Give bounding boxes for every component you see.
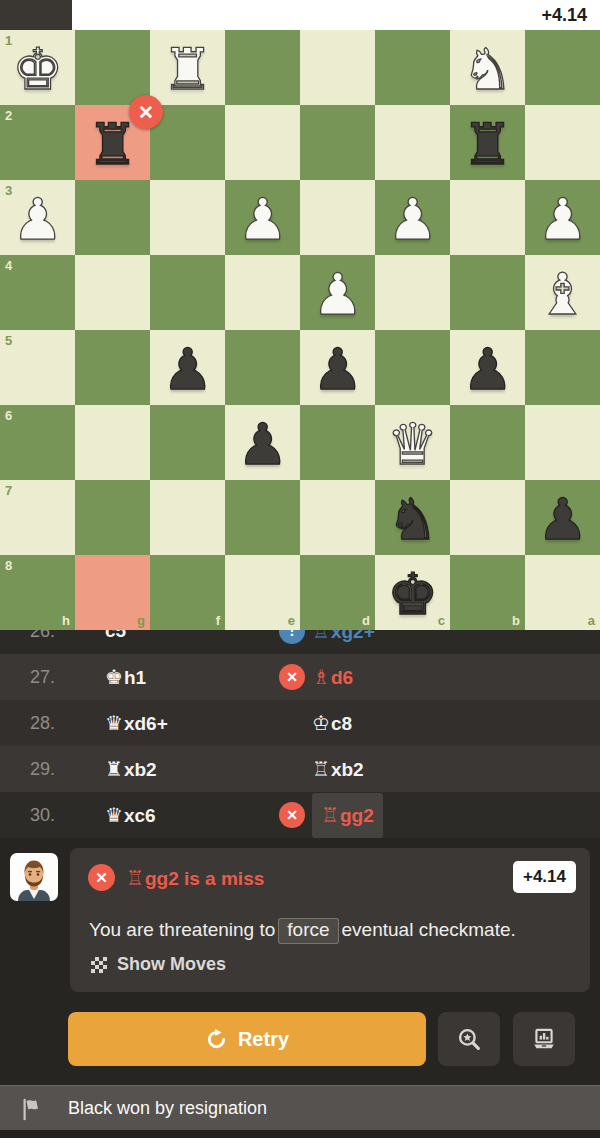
file-label-d: d (362, 613, 370, 628)
black-pawn-b5: ♟ (450, 330, 525, 405)
top-bar: +4.14 (0, 0, 600, 30)
chess-board[interactable]: 1♚♜♞2♜✕♜3♟♟♟♟4♟♝5♟♟♟6♟♛7♞♟8hgfedc♚ba (0, 30, 600, 630)
square-c6[interactable]: ♛ (375, 405, 450, 480)
square-h1[interactable]: 1♚ (0, 30, 75, 105)
square-d6[interactable] (300, 405, 375, 480)
figurine-icon: ♛ (105, 711, 123, 735)
square-b4[interactable] (450, 255, 525, 330)
white-pawn-h3: ♟ (0, 180, 75, 255)
square-b5[interactable]: ♟ (450, 330, 525, 405)
square-e5[interactable] (225, 330, 300, 405)
black-rook-b2: ♜ (450, 105, 525, 180)
bottom-strip (0, 1130, 600, 1138)
square-d7[interactable] (300, 480, 375, 555)
square-g4[interactable] (75, 255, 150, 330)
square-g8[interactable]: g (75, 555, 150, 630)
move-number: 27. (30, 654, 55, 700)
square-b8[interactable]: b (450, 555, 525, 630)
flag-icon (20, 1097, 44, 1121)
black-move[interactable]: ♗d6 (312, 654, 353, 701)
analysis-search-button[interactable] (438, 1012, 500, 1066)
retry-button[interactable]: Retry (68, 1012, 426, 1066)
square-b7[interactable] (450, 480, 525, 555)
square-e4[interactable] (225, 255, 300, 330)
checkerboard-icon (91, 957, 107, 973)
rank-label-6: 6 (5, 408, 12, 423)
file-label-b: b (512, 613, 520, 628)
square-b2[interactable]: ♜ (450, 105, 525, 180)
white-pawn-c3: ♟ (375, 180, 450, 255)
black-pawn-d5: ♟ (300, 330, 375, 405)
move-number: 28. (30, 700, 55, 746)
rank-label-1: 1 (5, 33, 12, 48)
move-number: 26. (30, 630, 55, 654)
rank-label-5: 5 (5, 333, 12, 348)
square-e1[interactable] (225, 30, 300, 105)
move-row-28: 28.♛xd6+♔c8 (0, 700, 600, 746)
evaluation-score: +4.14 (541, 0, 587, 30)
square-e8[interactable]: e (225, 555, 300, 630)
term-chip[interactable]: force (278, 918, 338, 944)
move-number: 30. (30, 792, 55, 838)
square-f8[interactable]: f (150, 555, 225, 630)
great-icon: ! (279, 630, 305, 644)
rank-label-8: 8 (5, 558, 12, 573)
coach-title: ♖gg2 is a miss (126, 866, 264, 890)
miss-icon: ✕ (88, 864, 115, 891)
square-b3[interactable] (450, 180, 525, 255)
square-h7[interactable]: 7 (0, 480, 75, 555)
header-left-block (0, 0, 72, 30)
square-f7[interactable] (150, 480, 225, 555)
square-b6[interactable] (450, 405, 525, 480)
square-b1[interactable]: ♞ (450, 30, 525, 105)
figurine-icon: ♖ (312, 757, 330, 781)
coach-avatar (10, 853, 58, 901)
square-e6[interactable]: ♟ (225, 405, 300, 480)
move-list: 26.c5!♖xg2+27.♚h1✕♗d628.♛xd6+♔c829.♜xb2♖… (0, 630, 600, 838)
square-f4[interactable] (150, 255, 225, 330)
white-king-h1: ♚ (0, 30, 75, 105)
square-c7[interactable]: ♞ (375, 480, 450, 555)
square-a1[interactable] (525, 30, 600, 105)
white-move[interactable]: ♛xd6+ (105, 700, 168, 747)
file-label-e: e (288, 613, 295, 628)
rank-label-3: 3 (5, 183, 12, 198)
square-d8[interactable]: d (300, 555, 375, 630)
square-c3[interactable]: ♟ (375, 180, 450, 255)
square-h4[interactable]: 4 (0, 255, 75, 330)
square-d5[interactable]: ♟ (300, 330, 375, 405)
square-e7[interactable] (225, 480, 300, 555)
square-c8[interactable]: c♚ (375, 555, 450, 630)
square-d1[interactable] (300, 30, 375, 105)
miss-badge-icon: ✕ (129, 95, 163, 129)
file-label-a: a (588, 613, 595, 628)
black-pawn-e6: ♟ (225, 405, 300, 480)
square-c4[interactable] (375, 255, 450, 330)
rank-label-7: 7 (5, 483, 12, 498)
square-a3[interactable]: ♟ (525, 180, 600, 255)
miss-icon: ✕ (279, 664, 305, 690)
file-label-c: c (438, 613, 445, 628)
square-g3[interactable] (75, 180, 150, 255)
white-pawn-d4: ♟ (300, 255, 375, 330)
square-h5[interactable]: 5 (0, 330, 75, 405)
square-a4[interactable]: ♝ (525, 255, 600, 330)
square-g1[interactable] (75, 30, 150, 105)
miss-icon: ✕ (279, 802, 305, 828)
square-d3[interactable] (300, 180, 375, 255)
figurine-icon: ♛ (105, 803, 123, 827)
file-label-h: h (62, 613, 70, 628)
move-row-27: 27.♚h1✕♗d6 (0, 654, 600, 700)
white-move[interactable]: ♚h1 (105, 654, 146, 701)
refresh-icon (205, 1028, 228, 1051)
square-a2[interactable] (525, 105, 600, 180)
square-c2[interactable] (375, 105, 450, 180)
square-c1[interactable] (375, 30, 450, 105)
game-result-bar: Black won by resignation (0, 1085, 600, 1131)
result-text: Black won by resignation (68, 1098, 267, 1119)
square-g2[interactable]: ♜✕ (75, 105, 150, 180)
white-pawn-e3: ♟ (225, 180, 300, 255)
chess-game-review-screen: +4.14 1♚♜♞2♜✕♜3♟♟♟♟4♟♝5♟♟♟6♟♛7♞♟8hgfedc♚… (0, 0, 600, 1138)
white-move[interactable]: ♛xc6 (105, 792, 156, 838)
square-a6[interactable] (525, 405, 600, 480)
coach-feedback-area: ✕ ♖gg2 is a miss +4.14 You are threateni… (0, 845, 600, 995)
figurine-icon: ♗ (312, 665, 330, 689)
figurine-icon: ♚ (105, 665, 123, 689)
move-row-26: 26.c5!♖xg2+ (0, 630, 600, 654)
square-h2[interactable]: 2 (0, 105, 75, 180)
white-rook-f1: ♜ (150, 30, 225, 105)
move-row-30: 30.♛xc6✕♖gg2 (0, 792, 600, 838)
square-e3[interactable]: ♟ (225, 180, 300, 255)
square-h6[interactable]: 6 (0, 405, 75, 480)
square-a5[interactable] (525, 330, 600, 405)
black-pawn-f5: ♟ (150, 330, 225, 405)
square-d4[interactable]: ♟ (300, 255, 375, 330)
square-f1[interactable]: ♜ (150, 30, 225, 105)
evaluation-badge: +4.14 (513, 861, 576, 893)
black-move[interactable]: ♖gg2 (312, 793, 383, 838)
file-label-g: g (137, 613, 145, 628)
square-a7[interactable]: ♟ (525, 480, 600, 555)
white-queen-c6: ♛ (375, 405, 450, 480)
black-knight-c7: ♞ (375, 480, 450, 555)
magnifier-star-icon (456, 1026, 482, 1052)
black-pawn-a7: ♟ (525, 480, 600, 555)
show-moves-button[interactable]: Show Moves (91, 954, 226, 975)
figurine-icon: ♜ (105, 757, 123, 781)
black-move[interactable]: ♖xb2 (312, 746, 364, 793)
computer-analysis-icon (531, 1026, 557, 1052)
white-bishop-a4: ♝ (525, 255, 600, 330)
square-g6[interactable] (75, 405, 150, 480)
square-h3[interactable]: 3♟ (0, 180, 75, 255)
square-f3[interactable] (150, 180, 225, 255)
square-c5[interactable] (375, 330, 450, 405)
black-move[interactable]: ♖xg2+ (312, 630, 375, 655)
square-f5[interactable]: ♟ (150, 330, 225, 405)
square-g5[interactable] (75, 330, 150, 405)
white-move[interactable]: c5 (105, 630, 126, 654)
square-g7[interactable] (75, 480, 150, 555)
move-number: 29. (30, 746, 55, 792)
square-e2[interactable] (225, 105, 300, 180)
white-pawn-a3: ♟ (525, 180, 600, 255)
figurine-icon: ♖ (312, 630, 330, 643)
rank-label-4: 4 (5, 258, 12, 273)
figurine-icon: ♔ (312, 711, 330, 735)
square-f6[interactable] (150, 405, 225, 480)
square-d2[interactable] (300, 105, 375, 180)
action-buttons: Retry (0, 1012, 600, 1066)
white-knight-b1: ♞ (450, 30, 525, 105)
black-king-c8: ♚ (375, 555, 450, 630)
computer-analysis-button[interactable] (513, 1012, 575, 1066)
square-a8[interactable]: a (525, 555, 600, 630)
rank-label-2: 2 (5, 108, 12, 123)
coach-message: You are threatening toforceeventual chec… (89, 918, 576, 944)
move-row-29: 29.♜xb2♖xb2 (0, 746, 600, 792)
file-label-f: f (216, 613, 220, 628)
coach-panel: ✕ ♖gg2 is a miss +4.14 You are threateni… (70, 848, 590, 992)
figurine-icon: ♖ (321, 803, 339, 827)
square-h8[interactable]: 8h (0, 555, 75, 630)
white-move[interactable]: ♜xb2 (105, 746, 157, 793)
black-move[interactable]: ♔c8 (312, 700, 352, 747)
